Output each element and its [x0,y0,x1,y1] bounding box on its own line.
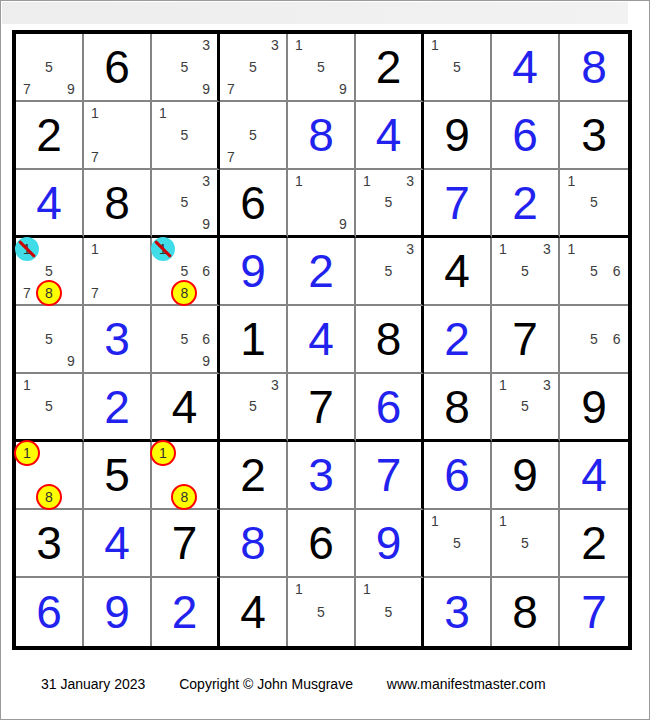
candidate-slot-empty [310,192,332,214]
pencil-marks: 15 [356,578,421,646]
candidate-slot-empty [195,464,217,486]
given-digit: 8 [424,374,490,439]
candidate-slot-empty [152,34,174,56]
candidate-slot-empty [583,213,606,235]
candidate-slot-empty [264,102,286,124]
solved-digit: 4 [288,306,354,372]
candidate-slot-empty [174,306,196,328]
cell-r9c4[interactable]: 4 [220,578,288,646]
candidate-slot-empty [468,56,490,78]
candidate-slot-empty [332,192,354,214]
candidate-3: 3 [264,374,286,396]
cell-r2c7[interactable]: 9 [424,102,492,170]
candidate-slot-empty [174,213,196,235]
cell-r7c9[interactable]: 4 [560,442,628,510]
candidate-slot-empty [356,238,378,260]
cell-r7c7[interactable]: 6 [424,442,492,510]
candidate-slot-empty [106,146,128,168]
candidate-slot-empty [152,56,174,78]
top-band [2,2,628,24]
cell-r5c4[interactable]: 1 [220,306,288,374]
cell-r9c5[interactable]: 15 [288,578,356,646]
candidate-9: 9 [332,213,354,235]
candidate-slot-empty [583,282,606,304]
cell-r1c9[interactable]: 8 [560,34,628,102]
candidate-slot-empty [16,56,38,78]
candidate-5: 5 [378,260,400,282]
pencil-marks: 18 [16,442,82,508]
cell-r4c3[interactable]: 1568 [152,238,220,306]
solved-digit: 2 [492,170,558,235]
highlighted-candidate-8: 8 [171,280,197,306]
candidate-slot-empty [514,282,536,304]
solved-digit: 6 [16,578,82,646]
pencil-marks: 15 [288,578,354,646]
cell-r8c5[interactable]: 6 [288,510,356,578]
candidate-slot-empty [174,102,196,124]
cell-r1c7[interactable]: 15 [424,34,492,102]
cell-r3c8[interactable]: 2 [492,170,560,238]
candidate-slot-empty [583,350,606,372]
cell-r9c9[interactable]: 7 [560,578,628,646]
cell-r4c2[interactable]: 17 [84,238,152,306]
candidate-slot-empty [242,417,264,439]
candidate-slot-empty [152,306,174,328]
solved-digit: 2 [152,578,217,646]
candidate-slot-empty [16,464,38,486]
candidate-3: 3 [536,374,558,396]
candidate-slot-empty [468,78,490,100]
given-digit: 9 [560,374,628,439]
candidate-slot-empty [195,442,217,464]
solved-digit: 3 [424,578,490,646]
candidate-1: 1 [288,34,310,56]
candidate-slot-empty [16,328,38,350]
cell-r6c3[interactable]: 4 [152,374,220,442]
cell-r9c8[interactable]: 8 [492,578,560,646]
candidate-slot-empty [60,238,82,260]
cell-r9c1[interactable]: 6 [16,578,84,646]
given-digit: 4 [152,374,217,439]
cell-r7c3[interactable]: 18 [152,442,220,510]
candidate-slot-empty [560,282,583,304]
candidate-slot-empty [536,532,558,554]
candidate-slot-empty [16,417,38,439]
candidate-5: 5 [174,124,196,146]
candidate-slot-empty [128,260,150,282]
candidate-slot-empty [106,102,128,124]
candidate-slot-empty [310,623,332,646]
cell-r1c2[interactable]: 6 [84,34,152,102]
candidate-slot-empty [152,282,174,304]
cell-r9c7[interactable]: 3 [424,578,492,646]
candidate-slot-empty [560,213,583,235]
cell-r2c9[interactable]: 3 [560,102,628,170]
solved-digit: 9 [220,238,286,304]
candidate-slot-empty [60,374,82,396]
candidate-slot-empty [38,78,60,100]
candidate-slot-empty [605,170,628,192]
candidate-slot-empty [195,486,217,508]
cell-r8c4[interactable]: 8 [220,510,288,578]
candidate-3: 3 [399,170,421,192]
candidate-slot-empty [310,578,332,601]
cell-r4c6[interactable]: 35 [356,238,424,306]
candidate-slot-empty [468,510,490,532]
candidate-slot-empty [288,78,310,100]
candidate-3: 3 [536,238,558,260]
cell-r1c8[interactable]: 4 [492,34,560,102]
candidate-slot-empty [399,213,421,235]
candidate-5: 5 [310,56,332,78]
pencil-marks: 35 [220,374,286,439]
candidate-slot-empty [424,78,446,100]
candidate-slot-empty [152,192,174,214]
cell-r6c4[interactable]: 35 [220,374,288,442]
candidate-slot-empty [560,328,583,350]
candidate-slot-empty [399,192,421,214]
candidate-slot-empty [60,417,82,439]
cell-r1c1[interactable]: 579 [16,34,84,102]
candidate-slot-empty [152,78,174,100]
candidate-slot-empty [16,350,38,372]
cell-r7c2[interactable]: 5 [84,442,152,510]
highlighted-candidate-8: 8 [36,280,62,306]
candidate-slot-empty [174,442,196,464]
candidate-slot-empty [605,350,628,372]
pencil-marks: 15 [492,510,558,576]
cell-r7c6[interactable]: 7 [356,442,424,510]
candidate-slot-empty [399,623,421,646]
candidate-slot-empty [536,396,558,418]
cell-r3c2[interactable]: 8 [84,170,152,238]
solved-digit: 8 [220,510,286,576]
highlighted-candidate-8: 8 [36,484,62,510]
candidate-slot-empty [399,601,421,624]
given-digit: 4 [424,238,490,304]
given-digit: 9 [492,442,558,508]
candidate-slot-empty [128,124,150,146]
cell-r2c8[interactable]: 6 [492,102,560,170]
cell-r8c8[interactable]: 15 [492,510,560,578]
candidate-slot-empty [356,213,378,235]
candidate-slot-empty [60,34,82,56]
candidate-slot-empty [424,532,446,554]
cell-r6c2[interactable]: 2 [84,374,152,442]
cell-r3c6[interactable]: 135 [356,170,424,238]
cell-r8c3[interactable]: 7 [152,510,220,578]
cell-r5c7[interactable]: 2 [424,306,492,374]
candidate-slot-empty [38,238,60,260]
candidate-9: 9 [195,78,217,100]
candidate-1: 1 [84,102,106,124]
candidate-slot-empty [356,282,378,304]
given-digit: 7 [152,510,217,576]
candidate-slot-empty [195,102,217,124]
cell-r9c3[interactable]: 2 [152,578,220,646]
given-digit: 7 [492,306,558,372]
candidate-slot-empty [220,417,242,439]
candidate-7: 7 [220,78,242,100]
candidate-slot-empty [195,56,217,78]
candidate-slot-empty [288,213,310,235]
candidate-3: 3 [399,238,421,260]
candidate-slot-empty [468,532,490,554]
pencil-marks: 359 [152,34,217,100]
cell-r2c2[interactable]: 17 [84,102,152,170]
candidate-slot-empty [514,417,536,439]
cell-r4c5[interactable]: 2 [288,238,356,306]
candidate-slot-empty [310,78,332,100]
candidate-slot-empty [242,34,264,56]
candidate-5: 5 [38,56,60,78]
pencil-marks: 17 [84,102,150,168]
candidate-slot-empty [605,238,628,260]
cell-r4c4[interactable]: 9 [220,238,288,306]
candidate-slot-empty [492,532,514,554]
candidate-5: 5 [583,328,606,350]
candidate-slot-empty [152,213,174,235]
candidate-5: 5 [38,396,60,418]
candidate-slot-empty [60,260,82,282]
candidate-slot-empty [152,170,174,192]
candidate-slot-empty [536,554,558,576]
candidate-9: 9 [60,78,82,100]
cell-r3c7[interactable]: 7 [424,170,492,238]
cell-r5c9[interactable]: 56 [560,306,628,374]
candidate-slot-empty [514,238,536,260]
candidate-7: 7 [16,78,38,100]
candidate-slot-empty [468,34,490,56]
candidate-slot-empty [378,170,400,192]
given-digit: 2 [16,102,82,168]
given-digit: 8 [356,306,421,372]
pencil-marks: 1568 [152,238,217,304]
candidate-slot-empty [60,56,82,78]
candidate-slot-empty [310,170,332,192]
candidate-slot-empty [310,213,332,235]
candidate-slot-empty [536,260,558,282]
candidate-slot-empty [242,102,264,124]
candidate-5: 5 [174,328,196,350]
candidate-slot-empty [356,192,378,214]
cell-r4c9[interactable]: 156 [560,238,628,306]
candidate-slot-empty [60,328,82,350]
candidate-slot-empty [220,374,242,396]
elimination-slash-icon [154,240,172,258]
cell-r3c5[interactable]: 19 [288,170,356,238]
candidate-7: 7 [84,146,106,168]
cell-r1c6[interactable]: 2 [356,34,424,102]
footer-copyright: Copyright © John Musgrave [179,676,353,692]
cell-r6c1[interactable]: 15 [16,374,84,442]
solved-digit: 2 [288,238,354,304]
cell-r5c3[interactable]: 569 [152,306,220,374]
candidate-slot-empty [16,34,38,56]
pencil-marks: 1578 [16,238,82,304]
cell-r6c8[interactable]: 135 [492,374,560,442]
cell-r4c1[interactable]: 1578 [16,238,84,306]
cell-r8c9[interactable]: 2 [560,510,628,578]
cell-r3c9[interactable]: 15 [560,170,628,238]
candidate-slot-empty [16,486,38,508]
candidate-slot-empty [605,213,628,235]
candidate-slot-empty [332,56,354,78]
candidate-slot-empty [332,578,354,601]
cell-r5c8[interactable]: 7 [492,306,560,374]
candidate-slot-empty [514,510,536,532]
candidate-slot-empty [446,34,468,56]
candidate-slot-empty [560,350,583,372]
candidate-slot-empty [220,102,242,124]
cell-r6c5[interactable]: 7 [288,374,356,442]
solved-digit: 8 [560,34,628,100]
cell-r2c3[interactable]: 15 [152,102,220,170]
cell-r7c4[interactable]: 2 [220,442,288,510]
given-digit: 2 [356,34,421,100]
candidate-5: 5 [242,124,264,146]
candidate-slot-empty [174,350,196,372]
cell-r5c1[interactable]: 59 [16,306,84,374]
solved-digit: 3 [84,306,150,372]
candidate-1: 1 [84,238,106,260]
candidate-1: 1 [492,510,514,532]
cell-r7c1[interactable]: 18 [16,442,84,510]
candidate-slot-empty [332,601,354,624]
cell-r2c4[interactable]: 57 [220,102,288,170]
candidate-slot-empty [174,78,196,100]
pencil-marks: 15 [16,374,82,439]
solved-digit: 7 [424,170,490,235]
solved-digit: 4 [356,102,421,168]
candidate-9: 9 [60,350,82,372]
cell-r8c1[interactable]: 3 [16,510,84,578]
candidate-slot-empty [492,554,514,576]
cell-r1c3[interactable]: 359 [152,34,220,102]
candidate-slot-empty [128,102,150,124]
candidate-5: 5 [174,260,196,282]
cell-r3c1[interactable]: 4 [16,170,84,238]
candidate-slot-empty [38,417,60,439]
candidate-slot-empty [288,601,310,624]
candidate-5: 5 [174,192,196,214]
cell-r2c6[interactable]: 4 [356,102,424,170]
candidate-slot-empty [128,238,150,260]
candidate-slot-empty [264,124,286,146]
candidate-1: 1 [492,374,514,396]
candidate-slot-empty [152,464,174,486]
candidate-slot-empty [424,56,446,78]
pencil-marks: 56 [560,306,628,372]
given-digit: 3 [16,510,82,576]
cell-r8c6[interactable]: 9 [356,510,424,578]
cell-r8c7[interactable]: 15 [424,510,492,578]
cell-r6c9[interactable]: 9 [560,374,628,442]
solved-digit: 9 [84,578,150,646]
highlighted-candidate-8: 8 [171,484,197,510]
cell-r7c8[interactable]: 9 [492,442,560,510]
candidate-slot-empty [356,260,378,282]
candidate-7: 7 [84,282,106,304]
cell-r7c5[interactable]: 3 [288,442,356,510]
candidate-slot-empty [152,350,174,372]
candidate-slot-empty [220,34,242,56]
candidate-slot-empty [288,192,310,214]
solved-digit: 2 [84,374,150,439]
candidate-5: 5 [38,260,60,282]
cell-r9c2[interactable]: 9 [84,578,152,646]
cell-r6c7[interactable]: 8 [424,374,492,442]
candidate-slot-empty [264,56,286,78]
cell-r6c6[interactable]: 6 [356,374,424,442]
candidate-slot-empty [356,601,378,624]
candidate-slot-empty [492,260,514,282]
candidate-slot-empty [16,260,38,282]
candidate-slot-empty [106,260,128,282]
candidate-slot-empty [128,146,150,168]
candidate-7: 7 [16,282,38,304]
cell-r1c4[interactable]: 357 [220,34,288,102]
cell-r2c5[interactable]: 8 [288,102,356,170]
candidate-9: 9 [195,213,217,235]
cell-r4c7[interactable]: 4 [424,238,492,306]
candidate-5: 5 [378,601,400,624]
solved-digit: 4 [492,34,558,100]
candidate-1: 1 [152,102,174,124]
given-digit: 6 [220,170,286,235]
pencil-marks: 569 [152,306,217,372]
cell-r3c3[interactable]: 359 [152,170,220,238]
pencil-marks: 357 [220,34,286,100]
pencil-marks: 35 [356,238,421,304]
cell-r2c1[interactable]: 2 [16,102,84,170]
solved-digit: 4 [560,442,628,508]
pencil-marks: 57 [220,102,286,168]
pencil-marks: 135 [492,374,558,439]
candidate-slot-empty [583,238,606,260]
candidate-slot-empty [174,170,196,192]
pencil-marks: 135 [492,238,558,304]
candidate-slot-empty [152,486,174,508]
pencil-marks: 15 [560,170,628,235]
cell-r8c2[interactable]: 4 [84,510,152,578]
cell-r5c5[interactable]: 4 [288,306,356,374]
cell-r5c6[interactable]: 8 [356,306,424,374]
cell-r5c2[interactable]: 3 [84,306,152,374]
solved-digit: 4 [16,170,82,235]
candidate-slot-empty [60,306,82,328]
cell-r9c6[interactable]: 15 [356,578,424,646]
cell-r1c5[interactable]: 159 [288,34,356,102]
given-digit: 6 [84,34,150,100]
candidate-5: 5 [310,601,332,624]
candidate-6: 6 [195,328,217,350]
footer-website: www.manifestmaster.com [387,676,546,692]
candidate-1: 1 [356,170,378,192]
cell-r4c8[interactable]: 135 [492,238,560,306]
solved-digit: 2 [424,306,490,372]
candidate-5: 5 [38,328,60,350]
candidate-slot-empty [378,238,400,260]
candidate-slot-empty [106,282,128,304]
candidate-slot-empty [38,350,60,372]
candidate-slot-empty [605,192,628,214]
candidate-slot-empty [38,464,60,486]
candidate-slot-empty [492,396,514,418]
cell-r3c4[interactable]: 6 [220,170,288,238]
candidate-slot-empty [492,417,514,439]
given-digit: 1 [220,306,286,372]
